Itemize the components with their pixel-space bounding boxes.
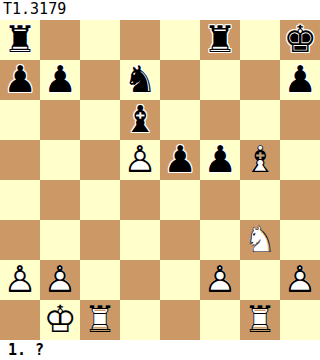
square-a3[interactable] bbox=[0, 220, 40, 260]
white-pawn-h2[interactable]: ♟♙ bbox=[280, 260, 320, 300]
square-g2[interactable] bbox=[240, 260, 280, 300]
square-d2[interactable] bbox=[120, 260, 160, 300]
square-b7[interactable]: ♟ bbox=[40, 60, 80, 100]
white-bishop-g5[interactable]: ♝♗ bbox=[240, 140, 280, 180]
square-d5[interactable]: ♟♙ bbox=[120, 140, 160, 180]
white-rook-c1[interactable]: ♜♖ bbox=[80, 300, 120, 340]
puzzle-id: T1.3179 bbox=[0, 0, 320, 20]
move-prompt: 1. ? bbox=[0, 340, 320, 360]
square-h4[interactable] bbox=[280, 180, 320, 220]
square-d7[interactable]: ♞ bbox=[120, 60, 160, 100]
square-f6[interactable] bbox=[200, 100, 240, 140]
square-b8[interactable] bbox=[40, 20, 80, 60]
square-f2[interactable]: ♟♙ bbox=[200, 260, 240, 300]
square-d8[interactable] bbox=[120, 20, 160, 60]
square-b2[interactable]: ♟♙ bbox=[40, 260, 80, 300]
chess-board: ♜♜♚♟♟♞♟♝♟♙♟♟♝♗♞♘♟♙♟♙♟♙♟♙♚♔♜♖♜♖ bbox=[0, 20, 320, 340]
square-f4[interactable] bbox=[200, 180, 240, 220]
square-c6[interactable] bbox=[80, 100, 120, 140]
black-king-h8[interactable]: ♚ bbox=[280, 20, 320, 60]
white-piece-outline: ♙ bbox=[120, 140, 160, 180]
square-g5[interactable]: ♝♗ bbox=[240, 140, 280, 180]
square-c4[interactable] bbox=[80, 180, 120, 220]
black-pawn-e5[interactable]: ♟ bbox=[160, 140, 200, 180]
white-pawn-b2[interactable]: ♟♙ bbox=[40, 260, 80, 300]
black-bishop-d6[interactable]: ♝ bbox=[120, 100, 160, 140]
square-b1[interactable]: ♚♔ bbox=[40, 300, 80, 340]
square-c3[interactable] bbox=[80, 220, 120, 260]
square-f1[interactable] bbox=[200, 300, 240, 340]
white-piece-outline: ♔ bbox=[40, 300, 80, 340]
square-b3[interactable] bbox=[40, 220, 80, 260]
square-e4[interactable] bbox=[160, 180, 200, 220]
square-e6[interactable] bbox=[160, 100, 200, 140]
black-piece-glyph: ♟ bbox=[0, 60, 40, 100]
white-rook-g1[interactable]: ♜♖ bbox=[240, 300, 280, 340]
square-e8[interactable] bbox=[160, 20, 200, 60]
square-e1[interactable] bbox=[160, 300, 200, 340]
square-h8[interactable]: ♚ bbox=[280, 20, 320, 60]
square-c5[interactable] bbox=[80, 140, 120, 180]
square-g4[interactable] bbox=[240, 180, 280, 220]
square-d6[interactable]: ♝ bbox=[120, 100, 160, 140]
white-pawn-f2[interactable]: ♟♙ bbox=[200, 260, 240, 300]
square-h2[interactable]: ♟♙ bbox=[280, 260, 320, 300]
square-h6[interactable] bbox=[280, 100, 320, 140]
square-d1[interactable] bbox=[120, 300, 160, 340]
square-e5[interactable]: ♟ bbox=[160, 140, 200, 180]
white-pawn-d5[interactable]: ♟♙ bbox=[120, 140, 160, 180]
square-g1[interactable]: ♜♖ bbox=[240, 300, 280, 340]
square-c7[interactable] bbox=[80, 60, 120, 100]
black-piece-glyph: ♞ bbox=[120, 60, 160, 100]
black-rook-f8[interactable]: ♜ bbox=[200, 20, 240, 60]
square-f5[interactable]: ♟ bbox=[200, 140, 240, 180]
square-g3[interactable]: ♞♘ bbox=[240, 220, 280, 260]
square-g8[interactable] bbox=[240, 20, 280, 60]
white-piece-outline: ♖ bbox=[80, 300, 120, 340]
square-d4[interactable] bbox=[120, 180, 160, 220]
square-a1[interactable] bbox=[0, 300, 40, 340]
square-h1[interactable] bbox=[280, 300, 320, 340]
square-a4[interactable] bbox=[0, 180, 40, 220]
square-a8[interactable]: ♜ bbox=[0, 20, 40, 60]
square-f3[interactable] bbox=[200, 220, 240, 260]
white-piece-outline: ♙ bbox=[200, 260, 240, 300]
square-g7[interactable] bbox=[240, 60, 280, 100]
white-piece-outline: ♙ bbox=[0, 260, 40, 300]
white-knight-g3[interactable]: ♞♘ bbox=[240, 220, 280, 260]
black-piece-glyph: ♟ bbox=[280, 60, 320, 100]
black-piece-glyph: ♜ bbox=[0, 20, 40, 60]
white-piece-outline: ♙ bbox=[40, 260, 80, 300]
black-rook-a8[interactable]: ♜ bbox=[0, 20, 40, 60]
square-f7[interactable] bbox=[200, 60, 240, 100]
square-a5[interactable] bbox=[0, 140, 40, 180]
square-c8[interactable] bbox=[80, 20, 120, 60]
white-pawn-a2[interactable]: ♟♙ bbox=[0, 260, 40, 300]
square-f8[interactable]: ♜ bbox=[200, 20, 240, 60]
black-piece-glyph: ♟ bbox=[160, 140, 200, 180]
square-b6[interactable] bbox=[40, 100, 80, 140]
square-d3[interactable] bbox=[120, 220, 160, 260]
black-pawn-a7[interactable]: ♟ bbox=[0, 60, 40, 100]
black-piece-glyph: ♟ bbox=[40, 60, 80, 100]
white-piece-outline: ♖ bbox=[240, 300, 280, 340]
square-g6[interactable] bbox=[240, 100, 280, 140]
black-pawn-h7[interactable]: ♟ bbox=[280, 60, 320, 100]
square-h7[interactable]: ♟ bbox=[280, 60, 320, 100]
white-piece-outline: ♙ bbox=[280, 260, 320, 300]
square-a6[interactable] bbox=[0, 100, 40, 140]
black-piece-glyph: ♟ bbox=[200, 140, 240, 180]
square-b4[interactable] bbox=[40, 180, 80, 220]
black-pawn-f5[interactable]: ♟ bbox=[200, 140, 240, 180]
black-pawn-b7[interactable]: ♟ bbox=[40, 60, 80, 100]
black-piece-glyph: ♜ bbox=[200, 20, 240, 60]
white-piece-outline: ♗ bbox=[240, 140, 280, 180]
square-a7[interactable]: ♟ bbox=[0, 60, 40, 100]
square-b5[interactable] bbox=[40, 140, 80, 180]
square-a2[interactable]: ♟♙ bbox=[0, 260, 40, 300]
square-h3[interactable] bbox=[280, 220, 320, 260]
white-king-b1[interactable]: ♚♔ bbox=[40, 300, 80, 340]
black-knight-d7[interactable]: ♞ bbox=[120, 60, 160, 100]
square-e2[interactable] bbox=[160, 260, 200, 300]
square-e3[interactable] bbox=[160, 220, 200, 260]
square-c1[interactable]: ♜♖ bbox=[80, 300, 120, 340]
chess-puzzle-app: T1.3179 ♜♜♚♟♟♞♟♝♟♙♟♟♝♗♞♘♟♙♟♙♟♙♟♙♚♔♜♖♜♖ 1… bbox=[0, 0, 320, 360]
black-piece-glyph: ♚ bbox=[280, 20, 320, 60]
square-e7[interactable] bbox=[160, 60, 200, 100]
square-c2[interactable] bbox=[80, 260, 120, 300]
black-piece-glyph: ♝ bbox=[120, 100, 160, 140]
white-piece-outline: ♘ bbox=[240, 220, 280, 260]
square-h5[interactable] bbox=[280, 140, 320, 180]
